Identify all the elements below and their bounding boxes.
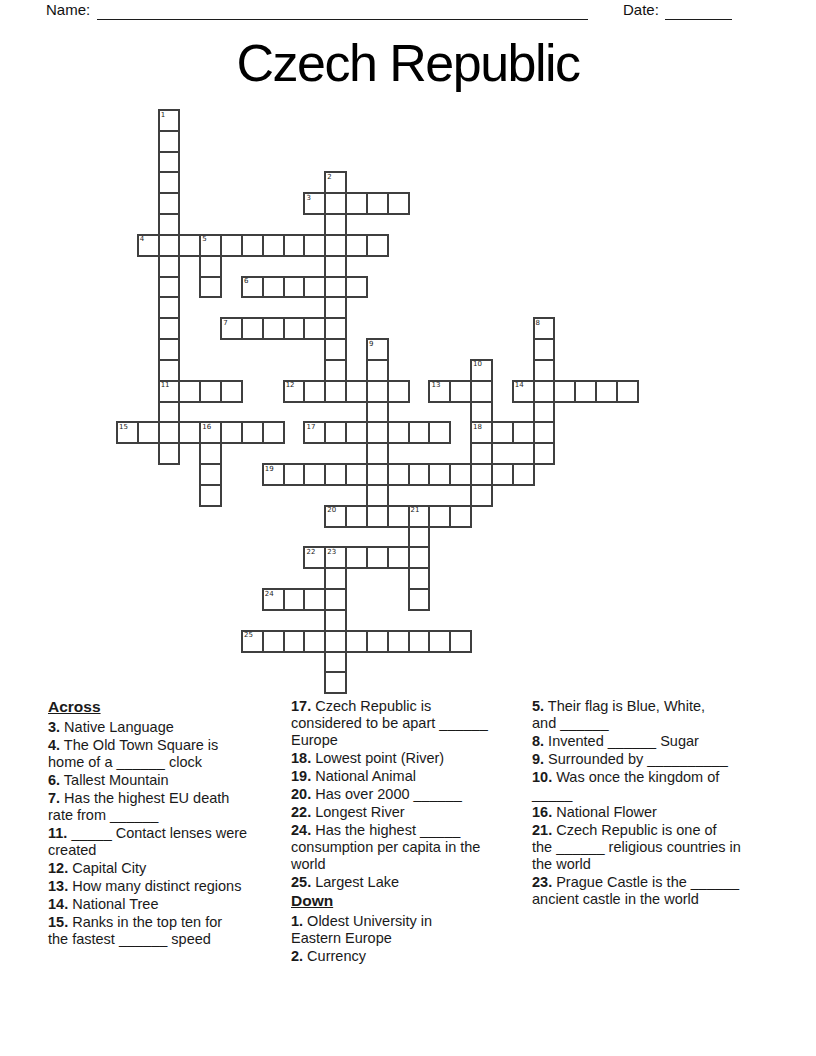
crossword-cell[interactable] — [387, 630, 410, 653]
crossword-grid: 1234567891011121314151617181920212223242… — [116, 109, 640, 696]
crossword-cell[interactable] — [470, 401, 493, 424]
crossword-cell[interactable]: 14 — [512, 380, 535, 403]
clue-23: 23. Prague Castle is the ______ ancient … — [532, 874, 800, 908]
crossword-cell[interactable] — [158, 213, 181, 236]
clue-column-1: Across3. Native Language4. The Old Town … — [48, 698, 308, 949]
crossword-cell[interactable]: 15 — [116, 421, 139, 444]
crossword-cell[interactable] — [408, 463, 431, 486]
clue-text: Czech Republic is one of the ______ reli… — [532, 822, 741, 872]
cell-number: 15 — [119, 423, 128, 431]
clue-text: Surrounded by __________ — [544, 751, 728, 767]
clue-text: Largest Lake — [311, 874, 399, 890]
crossword-cell[interactable]: 25 — [241, 630, 264, 653]
clue-12: 12. Capital City — [48, 860, 308, 877]
crossword-cell[interactable]: 24 — [262, 588, 285, 611]
clue-8: 8. Invented ______ Sugar — [532, 733, 800, 750]
crossword-cell[interactable] — [491, 421, 514, 444]
cell-number: 9 — [369, 340, 373, 348]
clue-16: 16. National Flower — [532, 804, 800, 821]
clue-7: 7. Has the highest EU death rate from __… — [48, 790, 308, 824]
crossword-cell[interactable]: 23 — [324, 546, 347, 569]
clue-column-3: 5. Their flag is Blue, White, and ______… — [532, 698, 800, 909]
crossword-cell[interactable] — [241, 421, 264, 444]
clue-number: 24. — [291, 822, 311, 838]
crossword-cell[interactable] — [366, 359, 389, 382]
clue-text: Native Language — [60, 719, 174, 735]
clue-number: 22. — [291, 804, 311, 820]
clue-text: Their flag is Blue, White, and ______ — [532, 698, 705, 731]
crossword-cell[interactable] — [241, 234, 264, 257]
crossword-cell[interactable]: 3 — [303, 192, 326, 215]
cell-number: 10 — [473, 360, 482, 368]
date-fill-line[interactable] — [665, 0, 732, 20]
clue-number: 1. — [291, 913, 303, 929]
clue-number: 23. — [532, 874, 552, 890]
crossword-cell[interactable] — [345, 234, 368, 257]
clue-number: 14. — [48, 896, 68, 912]
clue-number: 7. — [48, 790, 60, 806]
crossword-cell[interactable] — [137, 421, 160, 444]
crossword-cell[interactable] — [345, 505, 368, 528]
clue-1: 1. Oldest University in Eastern Europe — [291, 913, 541, 947]
clue-20: 20. Has over 2000 ______ — [291, 786, 541, 803]
clue-number: 25. — [291, 874, 311, 890]
cell-number: 23 — [327, 548, 336, 556]
crossword-cell[interactable] — [324, 234, 347, 257]
crossword-cell[interactable] — [324, 213, 347, 236]
crossword-cell[interactable] — [366, 546, 389, 569]
cell-number: 5 — [202, 235, 206, 243]
crossword-cell[interactable] — [428, 463, 451, 486]
crossword-cell[interactable] — [324, 588, 347, 611]
clue-text: Longest River — [311, 804, 405, 820]
crossword-cell[interactable] — [470, 463, 493, 486]
crossword-cell[interactable] — [303, 588, 326, 611]
crossword-cell[interactable] — [366, 442, 389, 465]
crossword-cell[interactable] — [324, 380, 347, 403]
clue-text: Lowest point (River) — [311, 750, 444, 766]
crossword-cell[interactable] — [303, 234, 326, 257]
crossword-cell[interactable] — [199, 255, 222, 278]
clue-text: Prague Castle is the ______ ancient cast… — [532, 874, 739, 907]
crossword-cell[interactable] — [574, 380, 597, 403]
crossword-cell[interactable]: 8 — [533, 317, 556, 340]
cell-number: 16 — [202, 423, 211, 431]
crossword-cell[interactable] — [158, 421, 181, 444]
crossword-cell[interactable] — [533, 359, 556, 382]
crossword-cell[interactable]: 2 — [324, 171, 347, 194]
clue-24: 24. Has the highest _____ consumption pe… — [291, 822, 541, 873]
clue-2: 2. Currency — [291, 948, 541, 965]
clue-text: How many distinct regions — [68, 878, 241, 894]
crossword-cell[interactable] — [366, 234, 389, 257]
crossword-cell[interactable]: 19 — [262, 463, 285, 486]
clue-number: 11. — [48, 825, 67, 841]
crossword-cell[interactable] — [366, 401, 389, 424]
crossword-cell[interactable] — [428, 505, 451, 528]
clue-13: 13. How many distinct regions — [48, 878, 308, 895]
cell-number: 25 — [244, 631, 253, 639]
crossword-cell[interactable] — [158, 317, 181, 340]
cell-number: 21 — [411, 506, 420, 514]
crossword-cell[interactable] — [324, 276, 347, 299]
crossword-cell[interactable] — [345, 546, 368, 569]
crossword-cell[interactable] — [199, 442, 222, 465]
clue-9: 9. Surrounded by __________ — [532, 751, 800, 768]
clue-18: 18. Lowest point (River) — [291, 750, 541, 767]
crossword-cell[interactable]: 13 — [428, 380, 451, 403]
crossword-cell[interactable]: 1 — [158, 109, 181, 132]
crossword-cell[interactable] — [324, 651, 347, 674]
cell-number: 8 — [536, 319, 540, 327]
clue-6: 6. Tallest Mountain — [48, 772, 308, 789]
crossword-cell[interactable] — [158, 255, 181, 278]
date-label: Date: — [623, 2, 659, 18]
crossword-cell[interactable] — [533, 401, 556, 424]
clue-text: Invented ______ Sugar — [544, 733, 699, 749]
clue-number: 4. — [48, 737, 60, 753]
cell-number: 20 — [327, 506, 336, 514]
crossword-cell[interactable] — [178, 234, 201, 257]
crossword-cell[interactable] — [366, 421, 389, 444]
clue-number: 12. — [48, 860, 68, 876]
clue-text: Has over 2000 ______ — [311, 786, 462, 802]
crossword-cell[interactable] — [366, 463, 389, 486]
crossword-cell[interactable] — [324, 317, 347, 340]
crossword-cell[interactable] — [408, 567, 431, 590]
crossword-cell[interactable] — [199, 463, 222, 486]
crossword-cell[interactable] — [470, 380, 493, 403]
clue-number: 18. — [291, 750, 311, 766]
cell-number: 4 — [140, 235, 144, 243]
crossword-cell[interactable] — [220, 380, 243, 403]
crossword-cell[interactable] — [533, 338, 556, 361]
clue-number: 5. — [532, 698, 544, 714]
clue-text: Oldest University in Eastern Europe — [291, 913, 432, 946]
crossword-cell[interactable] — [387, 463, 410, 486]
crossword-cell[interactable] — [345, 463, 368, 486]
cell-number: 2 — [327, 173, 331, 181]
crossword-cell[interactable] — [283, 317, 306, 340]
clue-text: National Flower — [552, 804, 657, 820]
crossword-cell[interactable] — [616, 380, 639, 403]
crossword-cell[interactable] — [303, 630, 326, 653]
crossword-cell[interactable] — [283, 630, 306, 653]
clue-4: 4. The Old Town Square is home of a ____… — [48, 737, 308, 771]
crossword-cell[interactable] — [324, 609, 347, 632]
crossword-cell[interactable] — [366, 380, 389, 403]
crossword-cell[interactable] — [199, 380, 222, 403]
crossword-cell[interactable] — [408, 421, 431, 444]
clue-number: 3. — [48, 719, 60, 735]
crossword-cell[interactable]: 11 — [158, 380, 181, 403]
clue-21: 21. Czech Republic is one of the ______ … — [532, 822, 800, 873]
cell-number: 3 — [306, 194, 310, 202]
crossword-cell[interactable] — [178, 421, 201, 444]
crossword-cell[interactable] — [178, 380, 201, 403]
clue-22: 22. Longest River — [291, 804, 541, 821]
crossword-cell[interactable] — [345, 192, 368, 215]
clue-text: Has the highest _____ consumption per ca… — [291, 822, 480, 872]
cell-number: 22 — [306, 548, 315, 556]
clue-number: 9. — [532, 751, 544, 767]
crossword-cell[interactable] — [262, 630, 285, 653]
crossword-cell[interactable] — [158, 359, 181, 382]
crossword-cell[interactable] — [324, 255, 347, 278]
crossword-cell[interactable]: 18 — [470, 421, 493, 444]
crossword-cell[interactable]: 5 — [199, 234, 222, 257]
crossword-cell[interactable] — [158, 276, 181, 299]
crossword-cell[interactable] — [303, 463, 326, 486]
clue-25: 25. Largest Lake — [291, 874, 541, 891]
crossword-cell[interactable] — [303, 276, 326, 299]
crossword-cell[interactable] — [262, 276, 285, 299]
cell-number: 11 — [161, 381, 170, 389]
crossword-cell[interactable] — [408, 588, 431, 611]
cell-number: 6 — [244, 277, 248, 285]
crossword-cell[interactable] — [387, 380, 410, 403]
clue-number: 13. — [48, 878, 68, 894]
crossword-cell[interactable]: 6 — [241, 276, 264, 299]
clue-10: 10. Was once the kingdom of _____ — [532, 769, 800, 803]
crossword-cell[interactable] — [345, 276, 368, 299]
clue-text: _____ Contact lenses were created — [48, 825, 247, 858]
crossword-cell[interactable] — [366, 484, 389, 507]
clue-17: 17. Czech Republic is considered to be a… — [291, 698, 541, 749]
crossword-cell[interactable]: 10 — [470, 359, 493, 382]
worksheet-page: Name: Date: Czech Republic 1234567891011… — [0, 0, 816, 1056]
crossword-cell[interactable] — [262, 234, 285, 257]
crossword-cell[interactable] — [595, 380, 618, 403]
clue-number: 21. — [532, 822, 552, 838]
clue-text: The Old Town Square is home of a ______ … — [48, 737, 218, 770]
clue-text: Currency — [303, 948, 366, 964]
crossword-cell[interactable] — [283, 276, 306, 299]
clue-text: Capital City — [68, 860, 146, 876]
crossword-cell[interactable]: 16 — [199, 421, 222, 444]
crossword-cell[interactable] — [387, 505, 410, 528]
clue-text: National Tree — [68, 896, 158, 912]
crossword-cell[interactable] — [449, 630, 472, 653]
crossword-cell[interactable] — [324, 421, 347, 444]
crossword-cell[interactable] — [470, 484, 493, 507]
crossword-cell[interactable]: 22 — [303, 546, 326, 569]
crossword-cell[interactable] — [283, 234, 306, 257]
cell-number: 13 — [431, 381, 440, 389]
crossword-cell[interactable] — [241, 317, 264, 340]
crossword-cell[interactable] — [199, 484, 222, 507]
clue-number: 2. — [291, 948, 303, 964]
crossword-cell[interactable] — [491, 463, 514, 486]
crossword-cell[interactable] — [324, 338, 347, 361]
crossword-cell[interactable] — [324, 192, 347, 215]
clue-text: Czech Republic is considered to be apart… — [291, 698, 488, 748]
crossword-cell[interactable] — [303, 317, 326, 340]
crossword-cell[interactable]: 9 — [366, 338, 389, 361]
crossword-cell[interactable] — [158, 296, 181, 319]
crossword-cell[interactable]: 20 — [324, 505, 347, 528]
crossword-cell[interactable] — [512, 463, 535, 486]
crossword-cell[interactable] — [449, 463, 472, 486]
crossword-cell[interactable] — [533, 380, 556, 403]
crossword-cell[interactable] — [303, 380, 326, 403]
crossword-cell[interactable]: 4 — [137, 234, 160, 257]
crossword-cell[interactable] — [158, 401, 181, 424]
crossword-cell[interactable] — [387, 546, 410, 569]
cell-number: 1 — [161, 111, 165, 119]
crossword-cell[interactable] — [449, 380, 472, 403]
crossword-cell[interactable] — [470, 442, 493, 465]
cell-number: 12 — [286, 381, 295, 389]
clues-heading-down: Down — [291, 892, 541, 909]
name-fill-line[interactable] — [97, 0, 588, 20]
name-label: Name: — [46, 2, 90, 18]
puzzle-title: Czech Republic — [0, 37, 816, 89]
crossword-cell[interactable] — [408, 630, 431, 653]
clue-text: Has the highest EU death rate from _____… — [48, 790, 229, 823]
clue-5: 5. Their flag is Blue, White, and ______ — [532, 698, 800, 732]
cell-number: 24 — [265, 590, 274, 598]
clue-column-2: 17. Czech Republic is considered to be a… — [291, 698, 541, 966]
clue-text: National Animal — [311, 768, 416, 784]
clue-number: 15. — [48, 914, 68, 930]
crossword-cell[interactable] — [262, 421, 285, 444]
clue-19: 19. National Animal — [291, 768, 541, 785]
clue-3: 3. Native Language — [48, 719, 308, 736]
clue-number: 8. — [532, 733, 544, 749]
cell-number: 7 — [223, 319, 227, 327]
crossword-cell[interactable] — [428, 421, 451, 444]
crossword-cell[interactable] — [262, 317, 285, 340]
crossword-cell[interactable] — [158, 192, 181, 215]
crossword-cell[interactable] — [408, 526, 431, 549]
crossword-cell[interactable] — [324, 567, 347, 590]
crossword-cell[interactable] — [199, 276, 222, 299]
crossword-cell[interactable] — [158, 151, 181, 174]
clue-number: 20. — [291, 786, 311, 802]
crossword-cell[interactable] — [366, 630, 389, 653]
clues-heading-across: Across — [48, 698, 308, 715]
clue-text: Tallest Mountain — [60, 772, 169, 788]
crossword-cell[interactable] — [158, 442, 181, 465]
clue-number: 6. — [48, 772, 60, 788]
clue-number: 19. — [291, 768, 311, 784]
crossword-cell[interactable] — [324, 296, 347, 319]
crossword-cell[interactable] — [324, 671, 347, 694]
crossword-cell[interactable] — [324, 463, 347, 486]
crossword-cell[interactable] — [324, 630, 347, 653]
crossword-cell[interactable] — [220, 421, 243, 444]
crossword-cell[interactable]: 7 — [220, 317, 243, 340]
clue-number: 10. — [532, 769, 552, 785]
crossword-cell[interactable] — [408, 546, 431, 569]
cell-number: 19 — [265, 465, 274, 473]
crossword-cell[interactable] — [324, 359, 347, 382]
crossword-cell[interactable]: 17 — [303, 421, 326, 444]
crossword-cell[interactable] — [553, 380, 576, 403]
crossword-cell[interactable] — [533, 421, 556, 444]
crossword-cell[interactable] — [387, 192, 410, 215]
cell-number: 14 — [515, 381, 524, 389]
crossword-cell[interactable]: 12 — [283, 380, 306, 403]
crossword-cell[interactable] — [387, 421, 410, 444]
crossword-cell[interactable] — [345, 380, 368, 403]
crossword-cell[interactable]: 21 — [408, 505, 431, 528]
crossword-cell[interactable] — [283, 463, 306, 486]
cell-number: 18 — [473, 423, 482, 431]
crossword-cell[interactable] — [533, 442, 556, 465]
crossword-cell[interactable] — [158, 130, 181, 153]
clue-number: 16. — [532, 804, 552, 820]
clue-number: 17. — [291, 698, 311, 714]
clue-text: Was once the kingdom of _____ — [532, 769, 719, 802]
clue-14: 14. National Tree — [48, 896, 308, 913]
crossword-cell[interactable] — [449, 505, 472, 528]
crossword-cell[interactable] — [345, 630, 368, 653]
crossword-cell[interactable] — [428, 630, 451, 653]
crossword-cell[interactable] — [158, 338, 181, 361]
crossword-cell[interactable] — [345, 421, 368, 444]
crossword-cell[interactable] — [158, 171, 181, 194]
crossword-cell[interactable] — [283, 588, 306, 611]
crossword-cell[interactable] — [158, 234, 181, 257]
clue-text: Ranks in the top ten for the fastest ___… — [48, 914, 222, 947]
crossword-cell[interactable] — [220, 234, 243, 257]
cell-number: 17 — [306, 423, 315, 431]
clue-11: 11. _____ Contact lenses were created — [48, 825, 308, 859]
crossword-cell[interactable] — [366, 505, 389, 528]
crossword-cell[interactable] — [512, 421, 535, 444]
clue-15: 15. Ranks in the top ten for the fastest… — [48, 914, 308, 948]
crossword-cell[interactable] — [366, 192, 389, 215]
